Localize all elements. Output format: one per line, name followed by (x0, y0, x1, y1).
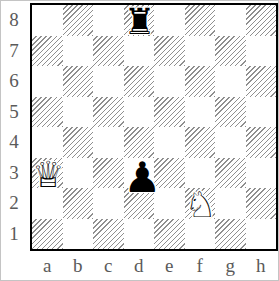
square-c4[interactable] (93, 127, 124, 158)
black-rook[interactable]: ♜ (124, 4, 156, 40)
file-label-h: h (246, 253, 277, 279)
file-label-b: b (63, 253, 94, 279)
square-g4[interactable] (215, 127, 246, 158)
square-d3[interactable]: ♟ (124, 158, 155, 189)
square-b4[interactable] (63, 127, 94, 158)
square-a5[interactable] (32, 97, 63, 128)
file-label-a: a (32, 253, 63, 279)
square-b3[interactable] (63, 158, 94, 189)
square-g2[interactable] (215, 188, 246, 219)
rank-label-3: 3 (1, 158, 27, 189)
square-b8[interactable] (63, 5, 94, 36)
square-e7[interactable] (154, 36, 185, 67)
black-pawn[interactable]: ♟ (124, 157, 162, 199)
square-f6[interactable] (185, 66, 216, 97)
square-g6[interactable] (215, 66, 246, 97)
square-h2[interactable] (246, 188, 277, 219)
square-f4[interactable] (185, 127, 216, 158)
chess-board: ♜♛♕♟♞♘ (30, 3, 278, 251)
file-label-c: c (93, 253, 124, 279)
square-a8[interactable] (32, 5, 63, 36)
white-queen[interactable]: ♛♕ (32, 157, 64, 193)
square-a3[interactable]: ♛♕ (32, 158, 63, 189)
square-h4[interactable] (246, 127, 277, 158)
square-h7[interactable] (246, 36, 277, 67)
file-label-e: e (154, 253, 185, 279)
rank-label-6: 6 (1, 66, 27, 97)
square-c7[interactable] (93, 36, 124, 67)
square-f8[interactable] (185, 5, 216, 36)
square-c6[interactable] (93, 66, 124, 97)
square-c5[interactable] (93, 97, 124, 128)
square-c3[interactable] (93, 158, 124, 189)
rank-label-1: 1 (1, 219, 27, 250)
square-g8[interactable] (215, 5, 246, 36)
pawn-glyph: ♟ (124, 157, 162, 199)
chess-diagram-page: ♜♛♕♟♞♘ 87654321 abcdefgh (0, 0, 279, 281)
square-f2[interactable]: ♞♘ (185, 188, 216, 219)
rank-label-7: 7 (1, 36, 27, 67)
rank-label-8: 8 (1, 5, 27, 36)
file-label-g: g (215, 253, 246, 279)
rank-label-2: 2 (1, 188, 27, 219)
square-e1[interactable] (154, 219, 185, 250)
square-d1[interactable] (124, 219, 155, 250)
square-b7[interactable] (63, 36, 94, 67)
square-b5[interactable] (63, 97, 94, 128)
square-h8[interactable] (246, 5, 277, 36)
square-h5[interactable] (246, 97, 277, 128)
rook-glyph: ♜ (124, 4, 156, 40)
rank-label-5: 5 (1, 97, 27, 128)
square-d8[interactable]: ♜ (124, 5, 155, 36)
square-e6[interactable] (154, 66, 185, 97)
square-f7[interactable] (185, 36, 216, 67)
square-g7[interactable] (215, 36, 246, 67)
square-c8[interactable] (93, 5, 124, 36)
square-a6[interactable] (32, 66, 63, 97)
square-c1[interactable] (93, 219, 124, 250)
queen-outline-glyph: ♕ (32, 157, 64, 193)
white-knight[interactable]: ♞♘ (185, 187, 217, 223)
square-h6[interactable] (246, 66, 277, 97)
square-b6[interactable] (63, 66, 94, 97)
square-b1[interactable] (63, 219, 94, 250)
square-c2[interactable] (93, 188, 124, 219)
square-a7[interactable] (32, 36, 63, 67)
square-h1[interactable] (246, 219, 277, 250)
square-h3[interactable] (246, 158, 277, 189)
square-e5[interactable] (154, 97, 185, 128)
square-b2[interactable] (63, 188, 94, 219)
rank-label-4: 4 (1, 127, 27, 158)
file-label-f: f (185, 253, 216, 279)
square-g1[interactable] (215, 219, 246, 250)
square-g5[interactable] (215, 97, 246, 128)
square-f5[interactable] (185, 97, 216, 128)
file-label-d: d (124, 253, 155, 279)
square-d5[interactable] (124, 97, 155, 128)
square-g3[interactable] (215, 158, 246, 189)
square-d6[interactable] (124, 66, 155, 97)
square-a1[interactable] (32, 219, 63, 250)
knight-outline-glyph: ♘ (185, 187, 217, 223)
square-e8[interactable] (154, 5, 185, 36)
